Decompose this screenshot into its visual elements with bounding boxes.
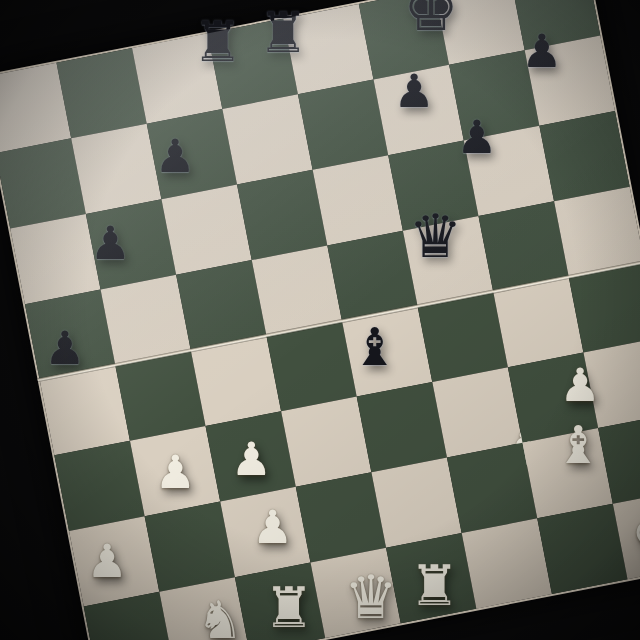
square-c1[interactable]: ♜ <box>235 562 325 640</box>
black-pawn-c7[interactable]: ♟ <box>154 132 195 178</box>
square-c2[interactable]: ♟ <box>220 487 310 577</box>
square-e1[interactable]: ♜ <box>386 533 476 623</box>
black-rook-e8[interactable]: ♜ <box>258 4 308 60</box>
white-pawn-c2[interactable]: ♟ <box>252 504 293 550</box>
white-pawn-a2[interactable]: ♟ <box>86 538 127 584</box>
square-d3[interactable] <box>281 397 371 487</box>
square-b8[interactable] <box>56 48 146 138</box>
square-b3[interactable]: ♟ <box>130 426 220 516</box>
white-rook-e1[interactable]: ♜ <box>410 558 460 614</box>
square-c6[interactable] <box>161 185 251 275</box>
square-e2[interactable] <box>371 457 461 547</box>
square-g2[interactable]: ♝ <box>523 428 613 518</box>
square-f3[interactable]: ♟ <box>432 367 522 457</box>
square-f7[interactable]: ♟ <box>374 65 464 155</box>
white-queen-d1[interactable]: ♛ <box>344 566 398 626</box>
black-pawn-f7[interactable]: ♟ <box>393 68 434 114</box>
white-knight-b1[interactable]: ♞ <box>197 593 244 640</box>
square-b2[interactable] <box>145 502 235 592</box>
black-bishop-e4[interactable]: ♝ <box>352 321 399 373</box>
square-d2[interactable] <box>296 472 386 562</box>
square-b6[interactable]: ♟ <box>86 199 176 289</box>
chess-board: ♜♜♚♟♟♟♟♟♟♛♝♟♟♟♟♟♟♝♞♜♛♜♚ <box>0 0 640 640</box>
square-f1[interactable] <box>462 518 552 608</box>
square-e6[interactable] <box>313 155 403 245</box>
square-d7[interactable] <box>222 94 312 184</box>
white-rook-c1[interactable]: ♜ <box>264 580 314 636</box>
black-queen-f5[interactable]: ♛ <box>408 205 462 265</box>
white-bishop-g2[interactable]: ♝ <box>555 419 602 471</box>
square-g6[interactable]: ♟ <box>464 126 554 216</box>
square-a3[interactable] <box>54 441 144 531</box>
black-rook-d8[interactable]: ♜ <box>193 13 243 69</box>
square-e8[interactable]: ♜ <box>283 4 373 94</box>
square-a6[interactable] <box>10 214 100 304</box>
photo-stage: ♜♜♚♟♟♟♟♟♟♛♝♟♟♟♟♟♟♝♞♜♛♜♚ <box>0 0 640 640</box>
square-a2[interactable]: ♟ <box>69 516 159 606</box>
square-d1[interactable]: ♛ <box>310 548 400 638</box>
black-pawn-g6[interactable]: ♟ <box>456 113 497 159</box>
square-f2[interactable] <box>447 443 537 533</box>
square-h6[interactable] <box>539 111 629 201</box>
white-pawn-c3[interactable]: ♟ <box>230 435 271 481</box>
square-h7[interactable]: ♟ <box>525 35 615 125</box>
square-e3[interactable] <box>357 382 447 472</box>
square-c3[interactable]: ♟ <box>206 411 296 501</box>
square-b7[interactable] <box>71 124 161 214</box>
black-pawn-b6[interactable]: ♟ <box>90 219 131 265</box>
black-king-g8[interactable]: ♚ <box>403 0 459 40</box>
square-e7[interactable] <box>298 80 388 170</box>
white-pawn-h3[interactable]: ♟ <box>559 361 600 407</box>
white-king-h1[interactable]: ♚ <box>630 503 640 565</box>
white-pawn-b3[interactable]: ♟ <box>154 448 195 494</box>
black-pawn-h7[interactable]: ♟ <box>521 27 562 73</box>
square-g1[interactable] <box>537 504 627 594</box>
black-pawn-a5[interactable]: ♟ <box>44 325 85 371</box>
square-c7[interactable]: ♟ <box>147 109 237 199</box>
square-d6[interactable] <box>237 170 327 260</box>
